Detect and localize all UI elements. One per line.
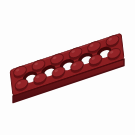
product-image: [0, 0, 135, 135]
lego-plate-illustration: [0, 0, 135, 135]
